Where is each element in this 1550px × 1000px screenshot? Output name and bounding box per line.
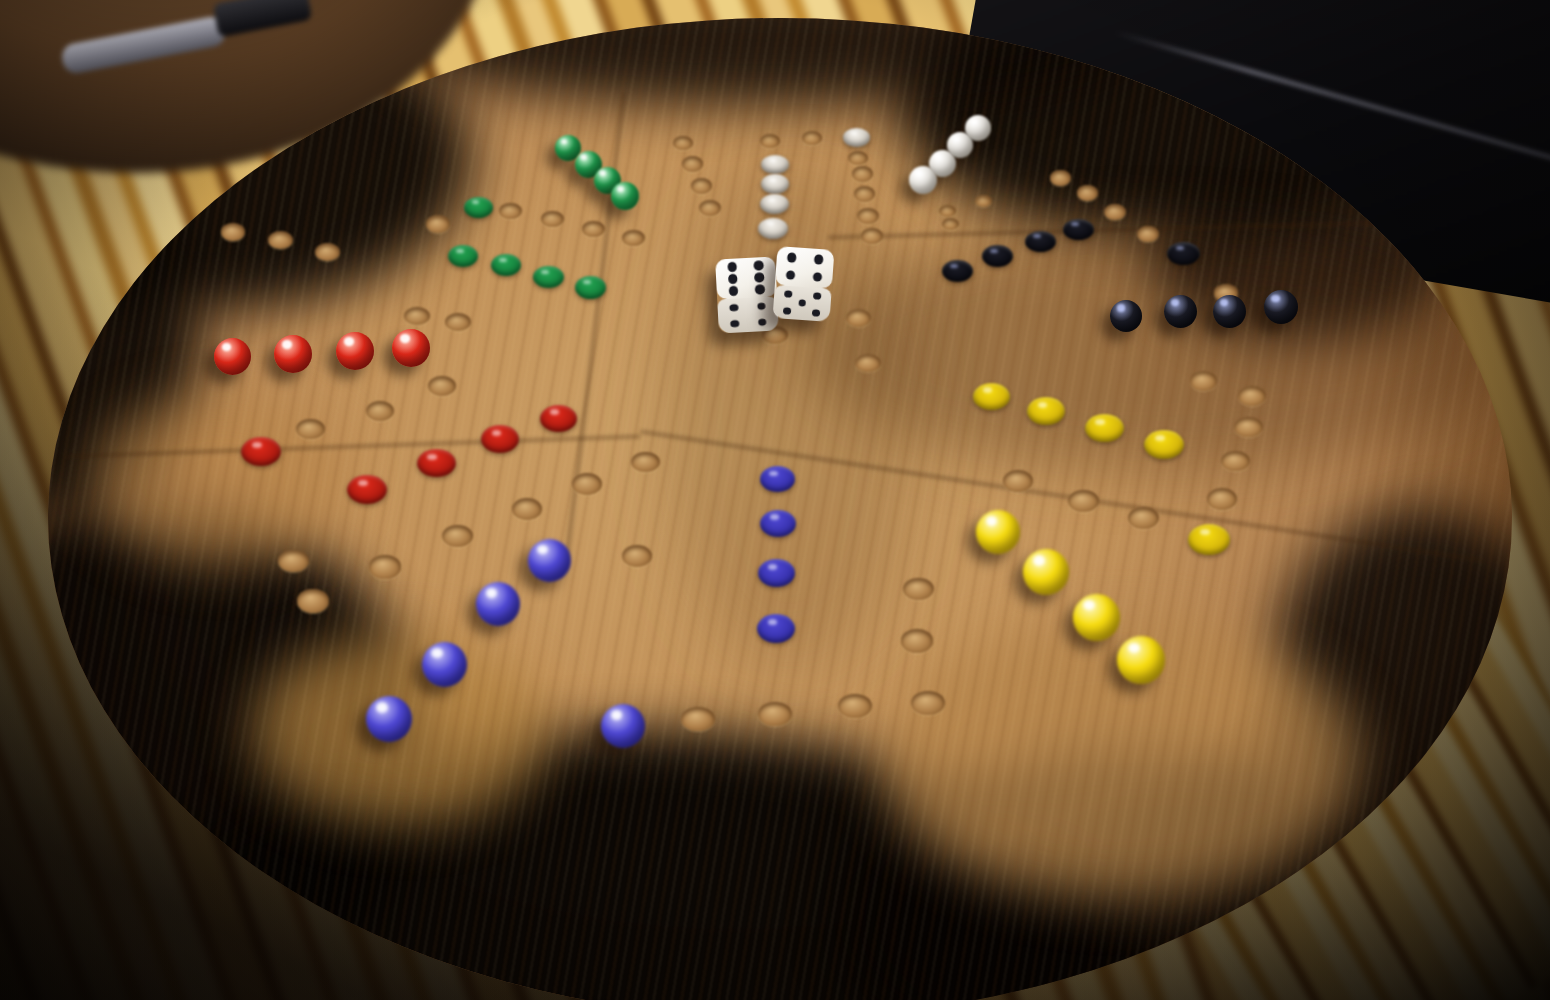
aggravation-board-photo	[0, 0, 1550, 1000]
die-pip	[786, 271, 796, 281]
die-pip	[758, 318, 767, 326]
die-pip	[813, 255, 823, 265]
die-pip	[730, 320, 739, 328]
die-pip	[729, 286, 739, 296]
die-pip	[783, 307, 791, 314]
die-pip	[754, 260, 764, 270]
die-pip	[784, 290, 792, 297]
die[interactable]	[773, 246, 835, 322]
die-pip	[787, 253, 797, 263]
die-pip	[727, 262, 737, 272]
die-front-face	[773, 285, 832, 322]
die-pip	[728, 274, 738, 284]
die-pip	[812, 272, 822, 282]
die-top-face	[715, 256, 777, 299]
die-pip	[729, 304, 738, 312]
die-pip	[757, 303, 766, 311]
die-pip	[813, 292, 821, 299]
die[interactable]	[715, 256, 779, 333]
die-front-face	[717, 296, 779, 333]
die-pip	[754, 272, 764, 282]
die-pip	[812, 309, 820, 316]
die-pip	[755, 284, 765, 294]
die-pip	[798, 300, 806, 307]
die-top-face	[775, 246, 835, 289]
